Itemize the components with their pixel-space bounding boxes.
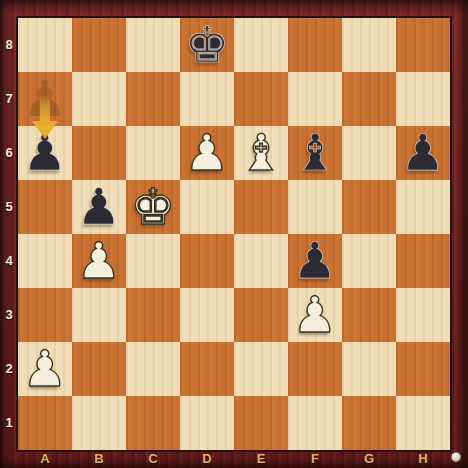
square-g2[interactable] (342, 342, 396, 396)
rank-label-3: 3 (0, 288, 18, 342)
square-e3[interactable] (234, 288, 288, 342)
square-e8[interactable] (234, 18, 288, 72)
black-pawn[interactable]: ♟ (293, 236, 338, 286)
square-b7[interactable] (72, 72, 126, 126)
square-a2[interactable]: ♟ (18, 342, 72, 396)
square-b8[interactable] (72, 18, 126, 72)
ghost-black-pawn: ♟ (23, 74, 68, 124)
rank-label-5: 5 (0, 180, 18, 234)
square-g7[interactable] (342, 72, 396, 126)
white-to-move-indicator (451, 452, 461, 462)
rank-label-7: 7 (0, 72, 18, 126)
file-label-a: A (18, 450, 72, 468)
white-pawn[interactable]: ♟ (23, 344, 68, 394)
square-b3[interactable] (72, 288, 126, 342)
rank-label-2: 2 (0, 342, 18, 396)
rank-label-1: 1 (0, 396, 18, 450)
file-label-c: C (126, 450, 180, 468)
square-f8[interactable] (288, 18, 342, 72)
square-g1[interactable] (342, 396, 396, 450)
square-f5[interactable] (288, 180, 342, 234)
square-g3[interactable] (342, 288, 396, 342)
square-c1[interactable] (126, 396, 180, 450)
black-pawn[interactable]: ♟ (401, 128, 446, 178)
white-pawn[interactable]: ♟ (293, 290, 338, 340)
square-a8[interactable] (18, 18, 72, 72)
square-d7[interactable] (180, 72, 234, 126)
square-a5[interactable] (18, 180, 72, 234)
square-e4[interactable] (234, 234, 288, 288)
square-c4[interactable] (126, 234, 180, 288)
square-h3[interactable] (396, 288, 450, 342)
square-f6[interactable]: ♝ (288, 126, 342, 180)
square-h4[interactable] (396, 234, 450, 288)
square-b2[interactable] (72, 342, 126, 396)
square-a7[interactable]: ♟ (18, 72, 72, 126)
square-c8[interactable] (126, 18, 180, 72)
file-label-f: F (288, 450, 342, 468)
black-bishop[interactable]: ♝ (293, 128, 338, 178)
white-bishop[interactable]: ♝ (239, 128, 284, 178)
square-c2[interactable] (126, 342, 180, 396)
square-a1[interactable] (18, 396, 72, 450)
square-f1[interactable] (288, 396, 342, 450)
rank-label-4: 4 (0, 234, 18, 288)
file-label-b: B (72, 450, 126, 468)
square-g6[interactable] (342, 126, 396, 180)
chess-board: ♚♟♟♟♝♝♟♟♚♟♟♟♟ (18, 18, 450, 450)
square-c7[interactable] (126, 72, 180, 126)
square-e2[interactable] (234, 342, 288, 396)
square-h8[interactable] (396, 18, 450, 72)
square-g4[interactable] (342, 234, 396, 288)
square-e7[interactable] (234, 72, 288, 126)
square-d6[interactable]: ♟ (180, 126, 234, 180)
rank-label-8: 8 (0, 18, 18, 72)
file-label-g: G (342, 450, 396, 468)
square-h7[interactable] (396, 72, 450, 126)
square-c6[interactable] (126, 126, 180, 180)
square-g5[interactable] (342, 180, 396, 234)
square-h2[interactable] (396, 342, 450, 396)
white-pawn[interactable]: ♟ (185, 128, 230, 178)
square-d8[interactable]: ♚ (180, 18, 234, 72)
square-b6[interactable] (72, 126, 126, 180)
square-d5[interactable] (180, 180, 234, 234)
white-pawn[interactable]: ♟ (77, 236, 122, 286)
file-label-d: D (180, 450, 234, 468)
white-king[interactable]: ♚ (131, 182, 176, 232)
square-f7[interactable] (288, 72, 342, 126)
square-b4[interactable]: ♟ (72, 234, 126, 288)
square-f4[interactable]: ♟ (288, 234, 342, 288)
rank-label-6: 6 (0, 126, 18, 180)
square-d4[interactable] (180, 234, 234, 288)
file-label-e: E (234, 450, 288, 468)
square-d1[interactable] (180, 396, 234, 450)
square-b1[interactable] (72, 396, 126, 450)
square-b5[interactable]: ♟ (72, 180, 126, 234)
square-a6[interactable]: ♟ (18, 126, 72, 180)
square-a3[interactable] (18, 288, 72, 342)
square-h6[interactable]: ♟ (396, 126, 450, 180)
square-e6[interactable]: ♝ (234, 126, 288, 180)
square-d3[interactable] (180, 288, 234, 342)
square-f3[interactable]: ♟ (288, 288, 342, 342)
black-pawn[interactable]: ♟ (23, 128, 68, 178)
square-a4[interactable] (18, 234, 72, 288)
square-c5[interactable]: ♚ (126, 180, 180, 234)
black-king[interactable]: ♚ (185, 20, 230, 70)
square-d2[interactable] (180, 342, 234, 396)
square-g8[interactable] (342, 18, 396, 72)
square-c3[interactable] (126, 288, 180, 342)
board-frame: ♚♟♟♟♝♝♟♟♚♟♟♟♟ 87654321 ABCDEFGH (0, 0, 468, 468)
square-e1[interactable] (234, 396, 288, 450)
black-pawn[interactable]: ♟ (77, 182, 122, 232)
file-label-h: H (396, 450, 450, 468)
square-h5[interactable] (396, 180, 450, 234)
square-e5[interactable] (234, 180, 288, 234)
square-f2[interactable] (288, 342, 342, 396)
square-h1[interactable] (396, 396, 450, 450)
